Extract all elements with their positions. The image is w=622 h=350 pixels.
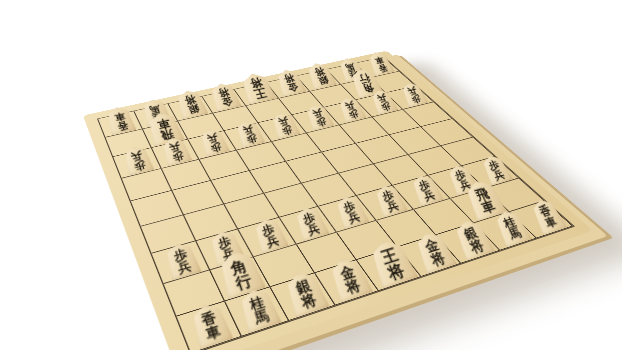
piece-kanji: 銀将 — [313, 67, 329, 86]
board-scene: 香車桂馬銀将金将王将金将銀将桂馬香車飛車角行歩兵歩兵歩兵歩兵歩兵歩兵歩兵歩兵歩兵… — [0, 0, 622, 350]
piece-kanji: 歩兵 — [375, 93, 391, 112]
piece-kanji: 金将 — [217, 87, 234, 107]
shogi-board: 香車桂馬銀将金将王将金将銀将桂馬香車飛車角行歩兵歩兵歩兵歩兵歩兵歩兵歩兵歩兵歩兵… — [83, 51, 593, 350]
piece-kanji: 歩兵 — [380, 189, 400, 213]
piece-kanji: 歩兵 — [344, 100, 360, 119]
piece-kanji: 歩兵 — [172, 247, 192, 275]
piece-gold-gote[interactable]: 金将 — [273, 67, 306, 96]
piece-kanji: 王将 — [248, 77, 267, 100]
kanji-char: 兵 — [168, 141, 182, 153]
piece-kanji: 王将 — [379, 246, 407, 282]
piece-kanji: 桂馬 — [249, 295, 271, 326]
shogi-set-photo: 香車桂馬銀将金将王将金将銀将桂馬香車飛車角行歩兵歩兵歩兵歩兵歩兵歩兵歩兵歩兵歩兵… — [0, 0, 622, 350]
kanji-char: 将 — [217, 87, 230, 98]
square-9i[interactable]: 香車 — [177, 302, 242, 350]
piece-pawn-sente[interactable]: 歩兵 — [251, 215, 289, 253]
kanji-char: 車 — [156, 117, 172, 130]
piece-lance-gote[interactable]: 香車 — [366, 50, 394, 76]
piece-silver-gote[interactable]: 銀将 — [174, 88, 208, 119]
piece-pawn-sente[interactable]: 歩兵 — [293, 204, 330, 241]
kanji-char: 将 — [299, 292, 318, 311]
piece-kanji: 歩兵 — [168, 141, 185, 163]
piece-kanji: 角行 — [229, 257, 254, 291]
kanji-char: 将 — [344, 277, 363, 295]
piece-kanji: 歩兵 — [487, 159, 506, 182]
piece-lance-gote[interactable]: 香車 — [104, 105, 136, 135]
piece-kanji: 香車 — [113, 111, 129, 131]
piece-kanji: 飛車 — [156, 117, 175, 141]
piece-kanji: 香車 — [200, 310, 223, 342]
kanji-char: 車 — [373, 55, 384, 64]
piece-kanji: 歩兵 — [453, 169, 472, 192]
kanji-char: 兵 — [206, 132, 219, 144]
kanji-char: 兵 — [277, 116, 290, 127]
piece-kanji: 歩兵 — [311, 108, 327, 128]
piece-lance-sente[interactable]: 香車 — [528, 196, 567, 235]
kanji-char: 車 — [543, 215, 558, 229]
piece-kanji: 歩兵 — [260, 223, 280, 250]
piece-kanji: 歩兵 — [417, 179, 436, 203]
kanji-char: 兵 — [385, 200, 400, 214]
board-grid: 香車桂馬銀将金将王将金将銀将桂馬香車飛車角行歩兵歩兵歩兵歩兵歩兵歩兵歩兵歩兵歩兵… — [97, 57, 575, 350]
piece-gold-gote[interactable]: 金将 — [208, 81, 241, 111]
kanji-char: 兵 — [264, 234, 280, 249]
kanji-char: 兵 — [406, 86, 418, 96]
piece-kanji: 桂馬 — [502, 216, 523, 242]
piece-kanji: 銀将 — [183, 94, 200, 115]
kanji-char: 車 — [204, 324, 222, 343]
piece-kanji: 歩兵 — [129, 150, 146, 172]
kanji-char: 馬 — [149, 103, 162, 114]
kanji-char: 兵 — [375, 93, 387, 103]
piece-kanji: 香車 — [538, 204, 559, 229]
piece-kanji: 銀将 — [294, 278, 318, 311]
kanji-char: 兵 — [422, 189, 437, 202]
kanji-char: 兵 — [346, 211, 361, 225]
piece-kanji: 歩兵 — [206, 132, 223, 153]
piece-lance-sente[interactable]: 香車 — [188, 300, 233, 350]
kanji-char: 将 — [428, 251, 446, 268]
piece-kanji: 銀将 — [462, 225, 485, 254]
piece-kanji: 歩兵 — [302, 211, 322, 237]
kanji-char: 兵 — [311, 108, 324, 119]
square-1e[interactable] — [422, 119, 474, 146]
piece-kanji: 香車 — [373, 55, 388, 72]
kanji-char: 将 — [385, 261, 406, 282]
kanji-char: 馬 — [507, 227, 523, 242]
kanji-char: 兵 — [306, 222, 322, 237]
piece-kanji: 歩兵 — [342, 200, 362, 225]
kanji-char: 将 — [313, 67, 326, 78]
kanji-char: 将 — [183, 94, 197, 105]
kanji-char: 馬 — [253, 308, 271, 326]
kanji-char: 兵 — [129, 150, 143, 162]
piece-kanji: 金将 — [339, 264, 363, 296]
kanji-char: 行 — [234, 272, 254, 292]
kanji-char: 将 — [282, 73, 295, 84]
kanji-char: 兵 — [344, 100, 357, 111]
kanji-char: 車 — [479, 199, 497, 215]
piece-kanji: 歩兵 — [406, 86, 422, 105]
piece-kanji: 金将 — [423, 238, 447, 268]
piece-kanji: 歩兵 — [242, 124, 259, 145]
kanji-char: 兵 — [492, 169, 506, 182]
kanji-char: 馬 — [344, 62, 356, 71]
piece-king-gote[interactable]: 王将 — [239, 71, 276, 104]
kanji-char: 将 — [248, 77, 263, 90]
kanji-char: 車 — [113, 111, 126, 122]
kanji-char: 兵 — [242, 124, 255, 135]
piece-kanji: 金将 — [282, 73, 298, 93]
kanji-char: 行 — [357, 73, 371, 85]
piece-pawn-sente[interactable]: 歩兵 — [479, 153, 513, 185]
kanji-char: 将 — [468, 238, 486, 255]
piece-kanji: 飛車 — [473, 186, 497, 215]
kanji-char: 兵 — [176, 259, 193, 275]
piece-gold-sente[interactable]: 金将 — [411, 229, 456, 274]
piece-kanji: 歩兵 — [277, 116, 293, 136]
piece-kanji: 角行 — [357, 73, 375, 94]
